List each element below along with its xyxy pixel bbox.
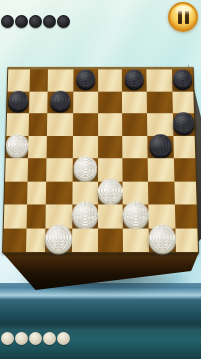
white-piece[interactable] bbox=[149, 225, 176, 251]
square-r1c3[interactable] bbox=[48, 69, 74, 91]
square-r3c8[interactable] bbox=[173, 113, 195, 135]
square-r5c3[interactable] bbox=[46, 158, 73, 181]
square-r6c8[interactable] bbox=[174, 181, 196, 204]
captured-black-tray bbox=[1, 15, 70, 28]
square-r1c6[interactable] bbox=[122, 69, 147, 91]
square-r1c2[interactable] bbox=[30, 69, 48, 91]
square-r3c7[interactable] bbox=[147, 113, 173, 135]
captured-white-piece bbox=[15, 332, 28, 345]
white-piece[interactable] bbox=[123, 202, 149, 227]
square-r8c1[interactable] bbox=[3, 228, 27, 252]
square-r6c5[interactable] bbox=[98, 181, 123, 204]
white-piece[interactable] bbox=[6, 134, 29, 155]
black-piece[interactable] bbox=[173, 70, 192, 88]
square-r1c5[interactable] bbox=[98, 69, 122, 91]
square-r5c6[interactable] bbox=[122, 158, 148, 181]
square-r4c1[interactable] bbox=[6, 136, 29, 159]
black-piece[interactable] bbox=[8, 91, 29, 110]
square-r1c7[interactable] bbox=[146, 69, 172, 91]
square-r4c7[interactable] bbox=[147, 136, 174, 159]
captured-black-piece bbox=[29, 15, 42, 28]
square-r7c2[interactable] bbox=[27, 204, 46, 228]
square-r8c3[interactable] bbox=[45, 228, 72, 252]
pause-gloss bbox=[175, 6, 192, 15]
square-r5c4[interactable] bbox=[73, 158, 98, 181]
captured-black-piece bbox=[15, 15, 28, 28]
square-r8c8[interactable] bbox=[175, 228, 198, 252]
water-background bbox=[0, 283, 201, 359]
black-piece[interactable] bbox=[76, 70, 95, 88]
square-r7c1[interactable] bbox=[4, 204, 27, 228]
captured-white-piece bbox=[1, 332, 14, 345]
square-r8c5[interactable] bbox=[98, 228, 123, 252]
square-r3c1[interactable] bbox=[6, 113, 29, 135]
square-r8c6[interactable] bbox=[123, 228, 149, 252]
captured-white-piece bbox=[57, 332, 70, 345]
black-piece[interactable] bbox=[50, 91, 70, 110]
black-piece[interactable] bbox=[173, 113, 195, 133]
board bbox=[2, 67, 199, 253]
square-r2c2[interactable] bbox=[29, 91, 48, 113]
square-r5c1[interactable] bbox=[5, 158, 28, 181]
square-r5c2[interactable] bbox=[28, 158, 47, 181]
square-r7c5[interactable] bbox=[98, 204, 123, 228]
captured-white-piece bbox=[43, 332, 56, 345]
square-r2c8[interactable] bbox=[172, 91, 194, 113]
white-piece[interactable] bbox=[45, 225, 72, 251]
pause-button[interactable] bbox=[168, 2, 198, 32]
square-r1c8[interactable] bbox=[172, 69, 193, 91]
square-r2c7[interactable] bbox=[147, 91, 173, 113]
square-r8c2[interactable] bbox=[26, 228, 45, 252]
black-piece[interactable] bbox=[149, 134, 172, 155]
game-screen bbox=[0, 0, 201, 359]
square-r6c3[interactable] bbox=[46, 181, 73, 204]
square-r4c4[interactable] bbox=[73, 136, 98, 159]
square-r3c5[interactable] bbox=[98, 113, 122, 135]
square-r1c4[interactable] bbox=[73, 69, 98, 91]
captured-black-piece bbox=[1, 15, 14, 28]
square-r6c2[interactable] bbox=[27, 181, 46, 204]
square-r3c3[interactable] bbox=[47, 113, 73, 135]
white-piece[interactable] bbox=[72, 202, 98, 227]
board-wrap bbox=[2, 67, 199, 253]
square-r4c3[interactable] bbox=[47, 136, 73, 159]
square-r7c6[interactable] bbox=[123, 204, 149, 228]
square-r2c5[interactable] bbox=[98, 91, 122, 113]
square-r3c4[interactable] bbox=[73, 113, 98, 135]
square-r5c5[interactable] bbox=[98, 158, 122, 181]
captured-white-tray bbox=[1, 332, 70, 345]
black-piece[interactable] bbox=[125, 70, 144, 88]
square-r2c6[interactable] bbox=[122, 91, 147, 113]
captured-white-piece bbox=[29, 332, 42, 345]
white-piece[interactable] bbox=[74, 157, 98, 179]
square-r2c4[interactable] bbox=[73, 91, 98, 113]
white-piece[interactable] bbox=[98, 179, 123, 203]
square-r3c2[interactable] bbox=[29, 113, 48, 135]
square-r2c1[interactable] bbox=[7, 91, 30, 113]
square-r5c7[interactable] bbox=[148, 158, 175, 181]
square-r6c1[interactable] bbox=[4, 181, 27, 204]
square-r4c2[interactable] bbox=[28, 136, 47, 159]
captured-black-piece bbox=[57, 15, 70, 28]
square-r3c6[interactable] bbox=[122, 113, 147, 135]
square-r7c4[interactable] bbox=[72, 204, 98, 228]
square-r4c5[interactable] bbox=[98, 136, 122, 159]
square-r8c4[interactable] bbox=[72, 228, 98, 252]
square-r1c1[interactable] bbox=[8, 69, 30, 91]
square-r4c6[interactable] bbox=[122, 136, 147, 159]
square-r5c8[interactable] bbox=[174, 158, 196, 181]
square-r8c7[interactable] bbox=[149, 228, 176, 252]
square-r2c3[interactable] bbox=[47, 91, 73, 113]
captured-black-piece bbox=[43, 15, 56, 28]
square-r4c8[interactable] bbox=[173, 136, 195, 159]
square-r7c8[interactable] bbox=[175, 204, 197, 228]
square-r6c7[interactable] bbox=[148, 181, 175, 204]
